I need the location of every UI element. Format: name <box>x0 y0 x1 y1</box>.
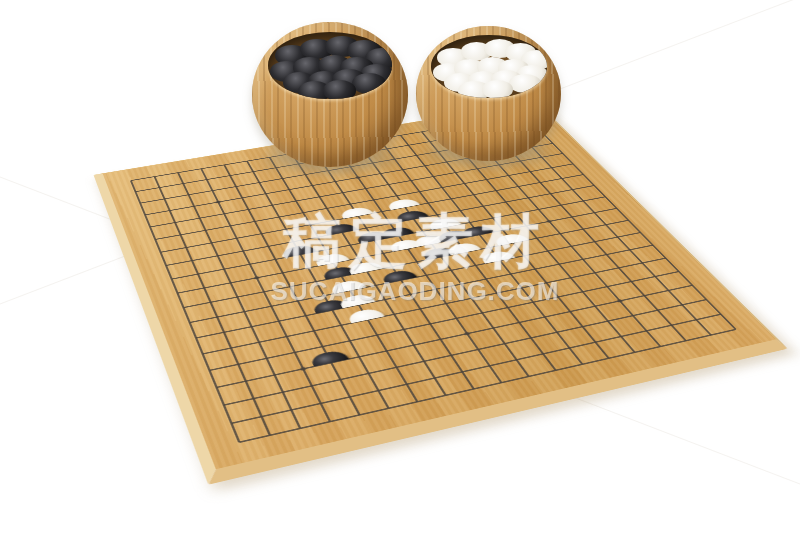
black-bowl-stone <box>352 73 386 94</box>
grid-line-vertical <box>246 161 389 409</box>
white-bowl-stone <box>482 80 513 97</box>
white-bowl-opening <box>431 35 547 97</box>
white-stone-bowl <box>416 26 561 161</box>
star-point <box>300 367 307 371</box>
star-point <box>254 276 260 280</box>
black-stone-bowl <box>252 22 408 167</box>
star-point <box>215 201 221 204</box>
white-bowl-stone <box>509 74 540 93</box>
grid-line-vertical <box>421 132 609 359</box>
black-bowl-opening <box>268 32 393 99</box>
black-bowl-stone <box>323 80 357 99</box>
photo-scene: 稿定素材 SUCAIGAODING.COM <box>0 0 800 536</box>
